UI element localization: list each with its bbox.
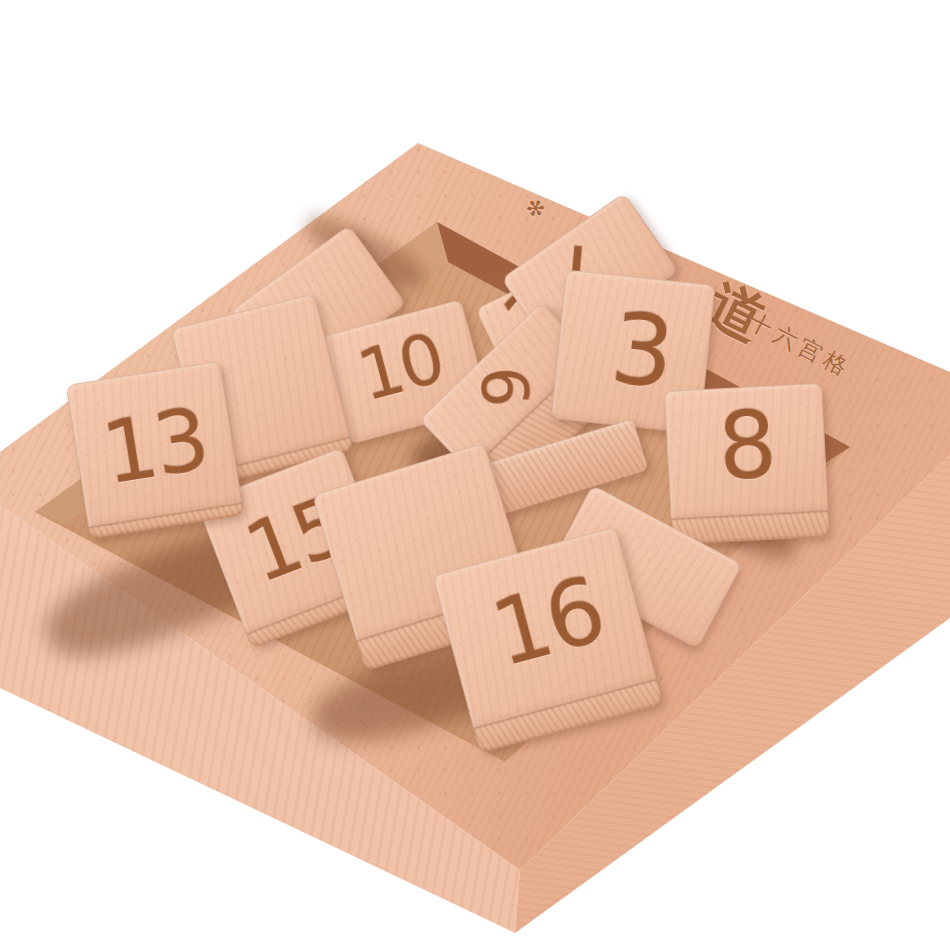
tile-number: 6 <box>471 365 536 405</box>
tile-face: 8 <box>664 383 828 519</box>
tile-number: 8 <box>716 400 776 495</box>
tile-number: 10 <box>350 323 448 412</box>
tile-number: 16 <box>483 565 611 680</box>
tile-number: 13 <box>97 395 213 496</box>
tile-13[interactable]: 13 <box>66 361 244 539</box>
tile-face: 13 <box>66 361 243 528</box>
puzzle-photo-canvas: ✻ 道 十六宫格 210L638151316 <box>0 0 950 950</box>
tile-number: 3 <box>607 299 676 403</box>
tile-8[interactable]: 8 <box>664 383 830 545</box>
